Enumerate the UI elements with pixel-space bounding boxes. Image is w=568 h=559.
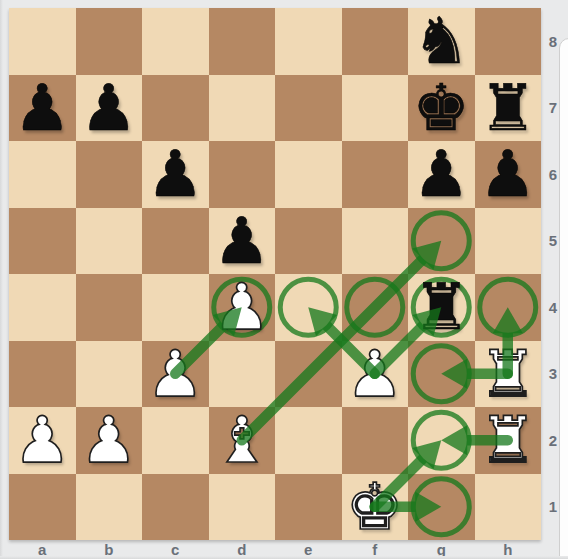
square-g8[interactable]: ♞ [408, 8, 475, 75]
square-d2[interactable]: ♝ [209, 407, 276, 474]
square-e7[interactable] [275, 75, 342, 142]
white-pawn[interactable]: ♟ [213, 274, 270, 341]
square-b6[interactable] [76, 141, 143, 208]
black-knight[interactable]: ♞ [413, 8, 470, 75]
white-rook[interactable]: ♜ [479, 341, 536, 408]
square-f5[interactable] [342, 208, 409, 275]
square-h2[interactable]: ♜ [475, 407, 542, 474]
square-c2[interactable] [142, 407, 209, 474]
board[interactable]: ♞♟♟♚♜♟♟♟♟♟♜♟♟♜♟♟♝♜♚ [9, 8, 541, 540]
board-wrap: ♞♟♟♚♜♟♟♟♟♟♜♟♟♜♟♟♝♜♚ [9, 8, 541, 540]
square-b5[interactable] [76, 208, 143, 275]
square-a8[interactable] [9, 8, 76, 75]
square-b4[interactable] [76, 274, 143, 341]
square-f4[interactable] [342, 274, 409, 341]
square-a5[interactable] [9, 208, 76, 275]
square-a6[interactable] [9, 141, 76, 208]
square-e2[interactable] [275, 407, 342, 474]
square-c7[interactable] [142, 75, 209, 142]
square-e8[interactable] [275, 8, 342, 75]
square-d1[interactable] [209, 474, 276, 541]
square-g4[interactable]: ♜ [408, 274, 475, 341]
white-rook[interactable]: ♜ [479, 407, 536, 474]
square-b8[interactable] [76, 8, 143, 75]
square-a2[interactable]: ♟ [9, 407, 76, 474]
side-panel-edge [559, 38, 568, 559]
square-g5[interactable] [408, 208, 475, 275]
square-f2[interactable] [342, 407, 409, 474]
square-h6[interactable]: ♟ [475, 141, 542, 208]
square-g1[interactable] [408, 474, 475, 541]
square-b2[interactable]: ♟ [76, 407, 143, 474]
square-a1[interactable] [9, 474, 76, 541]
square-f1[interactable]: ♚ [342, 474, 409, 541]
black-pawn[interactable]: ♟ [413, 141, 470, 208]
black-rook[interactable]: ♜ [413, 274, 470, 341]
square-d3[interactable] [209, 341, 276, 408]
square-f6[interactable] [342, 141, 409, 208]
square-c5[interactable] [142, 208, 209, 275]
black-pawn[interactable]: ♟ [80, 75, 137, 142]
square-b7[interactable]: ♟ [76, 75, 143, 142]
square-d7[interactable] [209, 75, 276, 142]
chess-app-background: ♞♟♟♚♜♟♟♟♟♟♜♟♟♜♟♟♝♜♚ abcdefgh 87654321 [0, 0, 568, 559]
square-g6[interactable]: ♟ [408, 141, 475, 208]
square-e3[interactable] [275, 341, 342, 408]
left-edge-shade [0, 0, 3, 559]
white-king[interactable]: ♚ [346, 474, 403, 541]
square-e1[interactable] [275, 474, 342, 541]
square-g2[interactable] [408, 407, 475, 474]
square-d5[interactable]: ♟ [209, 208, 276, 275]
square-f8[interactable] [342, 8, 409, 75]
square-d4[interactable]: ♟ [209, 274, 276, 341]
square-b3[interactable] [76, 341, 143, 408]
white-bishop[interactable]: ♝ [213, 407, 270, 474]
square-c8[interactable] [142, 8, 209, 75]
square-c1[interactable] [142, 474, 209, 541]
square-e6[interactable] [275, 141, 342, 208]
black-pawn[interactable]: ♟ [213, 208, 270, 275]
white-pawn[interactable]: ♟ [14, 407, 71, 474]
white-pawn[interactable]: ♟ [147, 341, 204, 408]
black-pawn[interactable]: ♟ [479, 141, 536, 208]
square-f7[interactable] [342, 75, 409, 142]
square-h1[interactable] [475, 474, 542, 541]
square-b1[interactable] [76, 474, 143, 541]
square-h8[interactable] [475, 8, 542, 75]
black-pawn[interactable]: ♟ [14, 75, 71, 142]
square-e5[interactable] [275, 208, 342, 275]
square-c4[interactable] [142, 274, 209, 341]
square-a7[interactable]: ♟ [9, 75, 76, 142]
square-d6[interactable] [209, 141, 276, 208]
square-a4[interactable] [9, 274, 76, 341]
white-pawn[interactable]: ♟ [80, 407, 137, 474]
black-king[interactable]: ♚ [413, 75, 470, 142]
square-h7[interactable]: ♜ [475, 75, 542, 142]
square-c3[interactable]: ♟ [142, 341, 209, 408]
black-rook[interactable]: ♜ [479, 75, 536, 142]
square-h4[interactable] [475, 274, 542, 341]
square-h3[interactable]: ♜ [475, 341, 542, 408]
square-c6[interactable]: ♟ [142, 141, 209, 208]
square-d8[interactable] [209, 8, 276, 75]
square-h5[interactable] [475, 208, 542, 275]
square-a3[interactable] [9, 341, 76, 408]
square-e4[interactable] [275, 274, 342, 341]
square-g3[interactable] [408, 341, 475, 408]
white-pawn[interactable]: ♟ [346, 341, 403, 408]
black-pawn[interactable]: ♟ [147, 141, 204, 208]
square-f3[interactable]: ♟ [342, 341, 409, 408]
square-g7[interactable]: ♚ [408, 75, 475, 142]
